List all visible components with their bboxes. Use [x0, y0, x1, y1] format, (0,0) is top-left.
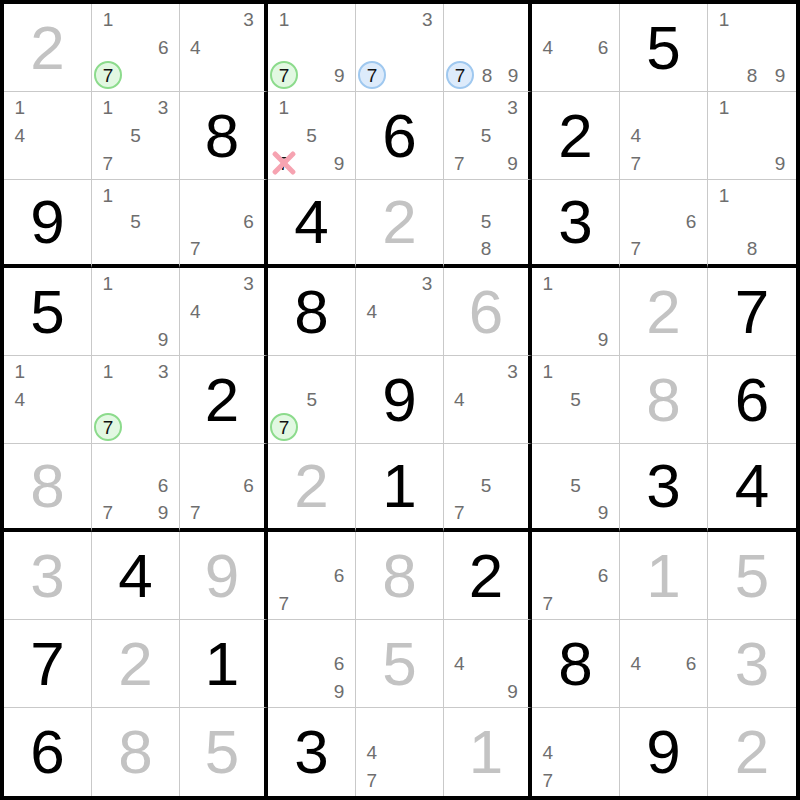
solved-digit: 8: [4, 444, 91, 528]
cell-r4c2[interactable]: 19: [92, 268, 180, 356]
candidate-grid: 67: [182, 446, 262, 526]
given-digit: 5: [620, 4, 707, 91]
cell-r5c5[interactable]: 9: [356, 356, 444, 444]
candidate-grid: 67: [182, 182, 262, 262]
candidate[interactable]: 9: [499, 677, 526, 705]
candidate-green-circled[interactable]: 7: [270, 413, 298, 441]
solved-digit: 1: [444, 708, 528, 796]
candidate[interactable]: 3: [235, 270, 262, 298]
cell-r8c7[interactable]: 8: [532, 620, 620, 708]
candidate[interactable]: 4: [182, 298, 209, 326]
candidate[interactable]: 6: [235, 209, 262, 236]
candidate[interactable]: 1: [94, 182, 122, 209]
solved-digit: 8: [92, 708, 179, 796]
cell-r9c9[interactable]: 2: [708, 708, 796, 796]
given-digit: 6: [356, 92, 443, 179]
cell-r7c8[interactable]: 1: [620, 532, 708, 620]
cell-r2c7[interactable]: 2: [532, 92, 620, 180]
candidate[interactable]: 5: [473, 473, 500, 500]
solved-digit: 8: [620, 356, 707, 443]
cell-r2c6[interactable]: 3579: [444, 92, 532, 180]
cell-r6c4[interactable]: 2: [268, 444, 356, 532]
cell-r6c9[interactable]: 4: [708, 444, 796, 532]
candidate-grid: 14: [6, 94, 89, 177]
candidate[interactable]: 9: [325, 677, 353, 705]
candidate[interactable]: 7: [94, 149, 122, 177]
cell-r8c3[interactable]: 1: [180, 620, 268, 708]
given-digit: 6: [4, 708, 91, 796]
candidate[interactable]: 4: [182, 34, 209, 62]
candidate-grid: 19: [94, 270, 177, 353]
candidate-grid: 15: [94, 182, 177, 262]
given-digit: 2: [180, 356, 264, 443]
cell-r9c6[interactable]: 1: [444, 708, 532, 796]
cell-r5c1[interactable]: 14: [4, 356, 92, 444]
candidate-blue-circled[interactable]: 7: [446, 61, 474, 89]
candidate-grid: 67: [622, 182, 705, 262]
candidate-grid: 59: [534, 446, 617, 526]
candidate[interactable]: 3: [414, 6, 442, 34]
candidate[interactable]: 1: [94, 270, 122, 298]
cell-r4c7[interactable]: 19: [532, 268, 620, 356]
cell-r7c4[interactable]: 67: [268, 532, 356, 620]
candidate[interactable]: 8: [738, 235, 766, 262]
cell-r1c1[interactable]: 2: [4, 4, 92, 92]
candidate[interactable]: 3: [499, 358, 526, 386]
candidate[interactable]: 4: [6, 122, 34, 150]
candidate[interactable]: 4: [446, 650, 473, 678]
solved-digit: 5: [708, 532, 796, 619]
cell-r8c4[interactable]: 69: [268, 620, 356, 708]
candidate[interactable]: 9: [326, 61, 354, 89]
cell-r8c8[interactable]: 46: [620, 620, 708, 708]
candidate[interactable]: 5: [122, 122, 150, 150]
cell-r6c6[interactable]: 57: [444, 444, 532, 532]
given-digit: 4: [268, 180, 355, 264]
solved-digit: 5: [180, 708, 264, 796]
candidate-eliminated-x[interactable]: 7: [270, 149, 298, 177]
candidate[interactable]: 6: [149, 473, 177, 500]
candidate[interactable]: 1: [710, 182, 738, 209]
candidate[interactable]: 8: [473, 235, 500, 262]
cell-r3c3[interactable]: 67: [180, 180, 268, 268]
candidate-grid: 189: [710, 6, 794, 89]
candidate[interactable]: 7: [94, 499, 122, 526]
candidate[interactable]: 4: [446, 386, 473, 414]
candidate-grid: 47: [358, 710, 441, 794]
cell-r5c8[interactable]: 8: [620, 356, 708, 444]
cell-r5c4[interactable]: 57: [268, 356, 356, 444]
candidate[interactable]: 3: [149, 94, 177, 122]
candidate[interactable]: 5: [473, 122, 500, 150]
candidate[interactable]: 1: [710, 94, 738, 122]
cell-r6c2[interactable]: 679: [92, 444, 180, 532]
cell-r8c9[interactable]: 3: [708, 620, 796, 708]
candidate[interactable]: 7: [534, 589, 562, 617]
cell-r6c3[interactable]: 67: [180, 444, 268, 532]
candidate[interactable]: 5: [298, 386, 326, 414]
cell-r1c3[interactable]: 34: [180, 4, 268, 92]
candidate-grid: 47: [534, 710, 617, 794]
candidate-grid: 789: [446, 6, 526, 89]
given-digit: 9: [356, 356, 443, 443]
candidate-grid: 69: [270, 622, 353, 705]
candidate[interactable]: 5: [122, 209, 150, 236]
candidate-grid: 67: [270, 534, 353, 617]
given-digit: 2: [444, 532, 528, 619]
candidate[interactable]: 5: [298, 122, 326, 150]
cell-r8c6[interactable]: 49: [444, 620, 532, 708]
candidate[interactable]: 9: [766, 149, 794, 177]
cell-r8c2[interactable]: 2: [92, 620, 180, 708]
solved-digit: 6: [444, 268, 528, 355]
cell-r8c1[interactable]: 7: [4, 620, 92, 708]
solved-digit: 2: [268, 444, 355, 528]
candidate[interactable]: 6: [325, 650, 353, 678]
cell-r2c8[interactable]: 47: [620, 92, 708, 180]
cell-r5c2[interactable]: 137: [92, 356, 180, 444]
cell-r5c6[interactable]: 34: [444, 356, 532, 444]
candidate[interactable]: 6: [677, 209, 705, 236]
cell-r9c3[interactable]: 5: [180, 708, 268, 796]
given-digit: 8: [180, 92, 264, 179]
candidate[interactable]: 1: [94, 358, 122, 386]
cell-r1c9[interactable]: 189: [708, 4, 796, 92]
given-digit: 6: [708, 356, 796, 443]
given-digit: 7: [4, 620, 91, 707]
candidate[interactable]: 4: [534, 34, 562, 62]
candidate[interactable]: 3: [499, 94, 526, 122]
sudoku-board: 2167341793778946518914135781579635792471…: [0, 0, 800, 800]
solved-digit: 3: [4, 532, 91, 619]
solved-digit: 2: [4, 4, 91, 91]
cell-r7c9[interactable]: 5: [708, 532, 796, 620]
candidate[interactable]: 7: [270, 589, 298, 617]
cell-r4c3[interactable]: 34: [180, 268, 268, 356]
candidate[interactable]: 9: [499, 149, 526, 177]
candidate[interactable]: 9: [589, 499, 617, 526]
candidate[interactable]: 7: [622, 235, 650, 262]
cell-r2c9[interactable]: 19: [708, 92, 796, 180]
cell-r9c8[interactable]: 9: [620, 708, 708, 796]
candidate[interactable]: 9: [500, 61, 526, 89]
candidate[interactable]: 1: [534, 270, 562, 298]
candidate[interactable]: 6: [235, 473, 262, 500]
candidate[interactable]: 5: [562, 386, 590, 414]
candidate[interactable]: 4: [6, 386, 34, 414]
candidate[interactable]: 9: [149, 499, 177, 526]
given-digit: 1: [356, 444, 443, 528]
solved-digit: 1: [620, 532, 707, 619]
cell-r7c2[interactable]: 4: [92, 532, 180, 620]
candidate-blue-circled[interactable]: 7: [358, 61, 386, 89]
candidate[interactable]: 1: [94, 94, 122, 122]
cell-r2c1[interactable]: 14: [4, 92, 92, 180]
cell-r9c1[interactable]: 6: [4, 708, 92, 796]
cell-r7c1[interactable]: 3: [4, 532, 92, 620]
candidate[interactable]: 4: [358, 298, 386, 326]
given-digit: 9: [4, 180, 91, 264]
given-digit: 2: [532, 92, 619, 179]
solved-digit: 2: [620, 268, 707, 355]
candidate[interactable]: 4: [358, 738, 386, 766]
cell-r7c3[interactable]: 9: [180, 532, 268, 620]
given-digit: 3: [620, 444, 707, 528]
cell-r5c3[interactable]: 2: [180, 356, 268, 444]
candidate[interactable]: 4: [622, 650, 650, 678]
candidate-grid: 19: [710, 94, 794, 177]
cell-r1c8[interactable]: 5: [620, 4, 708, 92]
cell-r1c2[interactable]: 167: [92, 4, 180, 92]
given-digit: 3: [532, 180, 619, 264]
candidate[interactable]: 6: [150, 34, 178, 62]
cell-r3c6[interactable]: 58: [444, 180, 532, 268]
candidate[interactable]: 4: [622, 122, 650, 150]
candidate[interactable]: 3: [413, 270, 441, 298]
candidate-grid: 49: [446, 622, 526, 705]
candidate[interactable]: 7: [622, 149, 650, 177]
candidate-grid: 57: [270, 358, 353, 441]
candidate-green-circled[interactable]: 7: [270, 61, 298, 89]
cell-r5c9[interactable]: 6: [708, 356, 796, 444]
cell-r7c6[interactable]: 2: [444, 532, 532, 620]
cell-r9c2[interactable]: 8: [92, 708, 180, 796]
solved-digit: 2: [356, 180, 443, 264]
candidate[interactable]: 6: [325, 562, 353, 590]
given-digit: 4: [92, 532, 179, 619]
cell-r3c2[interactable]: 15: [92, 180, 180, 268]
candidate[interactable]: 3: [150, 358, 178, 386]
solved-digit: 9: [180, 532, 264, 619]
cell-r4c6[interactable]: 6: [444, 268, 532, 356]
candidate[interactable]: 9: [766, 61, 794, 89]
cell-r7c5[interactable]: 8: [356, 532, 444, 620]
candidate-grid: 58: [446, 182, 526, 262]
cell-r1c4[interactable]: 179: [268, 4, 356, 92]
given-digit: 8: [268, 268, 355, 355]
cell-r2c3[interactable]: 8: [180, 92, 268, 180]
cell-r1c6[interactable]: 789: [444, 4, 532, 92]
cell-r3c8[interactable]: 67: [620, 180, 708, 268]
candidate-grid: 18: [710, 182, 794, 262]
candidate-grid: 137: [94, 358, 177, 441]
candidate-grid: 679: [94, 446, 177, 526]
candidate-grid: 167: [94, 6, 177, 89]
cell-r4c1[interactable]: 5: [4, 268, 92, 356]
candidate[interactable]: 1: [6, 358, 34, 386]
candidate[interactable]: 7: [358, 766, 386, 794]
given-digit: 9: [620, 708, 707, 796]
candidate-grid: 47: [622, 94, 705, 177]
candidate-grid: 34: [446, 358, 526, 441]
candidate[interactable]: 8: [474, 61, 500, 89]
candidate-grid: 15: [534, 358, 617, 441]
cell-r1c5[interactable]: 37: [356, 4, 444, 92]
candidate[interactable]: 9: [589, 325, 617, 353]
cell-r9c5[interactable]: 47: [356, 708, 444, 796]
solved-digit: 8: [356, 532, 443, 619]
candidate-grid: 1579: [270, 94, 353, 177]
cell-r4c5[interactable]: 34: [356, 268, 444, 356]
candidate[interactable]: 4: [534, 738, 562, 766]
candidate[interactable]: 9: [149, 325, 177, 353]
solved-digit: 2: [92, 620, 179, 707]
cell-r9c7[interactable]: 47: [532, 708, 620, 796]
candidate-grid: 34: [182, 270, 262, 353]
cell-r2c4[interactable]: 1579: [268, 92, 356, 180]
given-digit: 1: [180, 620, 264, 707]
candidate-grid: 179: [270, 6, 353, 89]
candidate-green-circled[interactable]: 7: [94, 413, 122, 441]
cell-r1c7[interactable]: 46: [532, 4, 620, 92]
cell-r4c8[interactable]: 2: [620, 268, 708, 356]
cell-r4c4[interactable]: 8: [268, 268, 356, 356]
given-digit: 8: [532, 620, 619, 707]
candidate[interactable]: 7: [446, 149, 473, 177]
candidate-grid: 1357: [94, 94, 177, 177]
candidate[interactable]: 1: [710, 6, 738, 34]
cell-r4c9[interactable]: 7: [708, 268, 796, 356]
solved-digit: 5: [356, 620, 443, 707]
candidate[interactable]: 8: [738, 61, 766, 89]
cell-r6c7[interactable]: 59: [532, 444, 620, 532]
given-digit: 7: [708, 268, 796, 355]
candidate[interactable]: 1: [270, 94, 298, 122]
cell-r6c8[interactable]: 3: [620, 444, 708, 532]
cell-r2c5[interactable]: 6: [356, 92, 444, 180]
given-digit: 3: [268, 708, 355, 796]
cell-r2c2[interactable]: 1357: [92, 92, 180, 180]
candidate[interactable]: 1: [534, 358, 562, 386]
candidate[interactable]: 6: [589, 562, 617, 590]
candidate[interactable]: 1: [94, 6, 122, 34]
candidate-grid: 3579: [446, 94, 526, 177]
candidate-grid: 46: [622, 622, 705, 705]
candidate-grid: 14: [6, 358, 89, 441]
given-digit: 5: [4, 268, 91, 355]
candidate[interactable]: 5: [473, 209, 500, 236]
solved-digit: 3: [708, 620, 796, 707]
candidate-grid: 37: [358, 6, 441, 89]
candidate[interactable]: 6: [677, 650, 705, 678]
candidate-grid: 46: [534, 6, 617, 89]
candidate[interactable]: 3: [235, 6, 262, 34]
solved-digit: 2: [708, 708, 796, 796]
given-digit: 4: [708, 444, 796, 528]
candidate[interactable]: 1: [6, 94, 34, 122]
candidate[interactable]: 6: [589, 34, 617, 62]
cell-r3c1[interactable]: 9: [4, 180, 92, 268]
candidate[interactable]: 7: [182, 499, 209, 526]
candidate[interactable]: 5: [562, 473, 590, 500]
candidate[interactable]: 9: [325, 149, 353, 177]
candidate-grid: 67: [534, 534, 617, 617]
candidate-green-circled[interactable]: 7: [94, 61, 122, 89]
candidate[interactable]: 7: [534, 766, 562, 794]
cell-r3c7[interactable]: 3: [532, 180, 620, 268]
cell-r8c5[interactable]: 5: [356, 620, 444, 708]
cell-r9c4[interactable]: 3: [268, 708, 356, 796]
candidate-grid: 57: [446, 446, 526, 526]
cell-r6c1[interactable]: 8: [4, 444, 92, 532]
red-x-icon: [271, 150, 297, 176]
cell-r6c5[interactable]: 1: [356, 444, 444, 532]
candidate[interactable]: 7: [182, 235, 209, 262]
cell-r3c5[interactable]: 2: [356, 180, 444, 268]
candidate-grid: 19: [534, 270, 617, 353]
candidate-grid: 34: [358, 270, 441, 353]
cell-r3c4[interactable]: 4: [268, 180, 356, 268]
candidate-grid: 34: [182, 6, 262, 89]
cell-r7c7[interactable]: 67: [532, 532, 620, 620]
candidate[interactable]: 7: [446, 499, 473, 526]
cell-r5c7[interactable]: 15: [532, 356, 620, 444]
candidate[interactable]: 1: [270, 6, 298, 34]
cell-r3c9[interactable]: 18: [708, 180, 796, 268]
